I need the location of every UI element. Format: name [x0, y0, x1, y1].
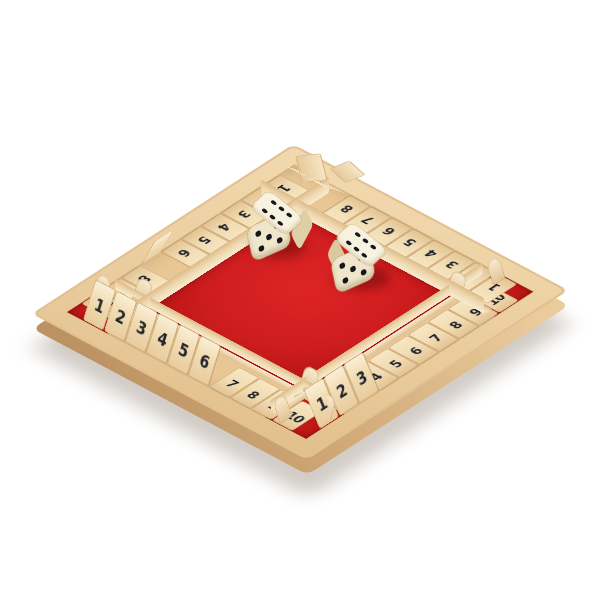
pip [261, 207, 268, 213]
pip [345, 239, 352, 245]
pip-empty [357, 242, 364, 248]
die-2[interactable] [328, 224, 398, 296]
pip [259, 244, 266, 252]
pip-empty [341, 269, 348, 277]
pip [277, 220, 284, 226]
product-photo-stage: 1234567891012345678910123456781234568910 [0, 0, 600, 600]
pip-empty [349, 235, 356, 241]
pip-empty [265, 203, 272, 209]
loose-tile-on-corner[interactable] [295, 153, 327, 183]
pip-empty [281, 216, 288, 222]
loose-tile-on-corner[interactable] [329, 161, 365, 184]
pip [269, 214, 276, 220]
pip [339, 261, 346, 269]
pip [361, 252, 368, 258]
tile-number: 6 [169, 243, 200, 262]
pip [255, 229, 262, 237]
pip-empty [267, 241, 274, 249]
pip-empty [257, 237, 264, 245]
pip [266, 233, 273, 241]
pip-empty [351, 273, 358, 281]
pip-empty [264, 226, 271, 234]
pip [353, 246, 360, 252]
pip-empty [348, 258, 355, 266]
die-1[interactable] [244, 192, 314, 264]
pip-empty [273, 210, 280, 216]
pip [276, 237, 283, 245]
pip [343, 276, 350, 284]
pip [360, 269, 367, 277]
tile-number: 6 [192, 346, 217, 375]
pip [350, 265, 357, 273]
board-scene: 1234567891012345678910123456781234568910 [0, 0, 600, 600]
pip-empty [365, 248, 372, 254]
